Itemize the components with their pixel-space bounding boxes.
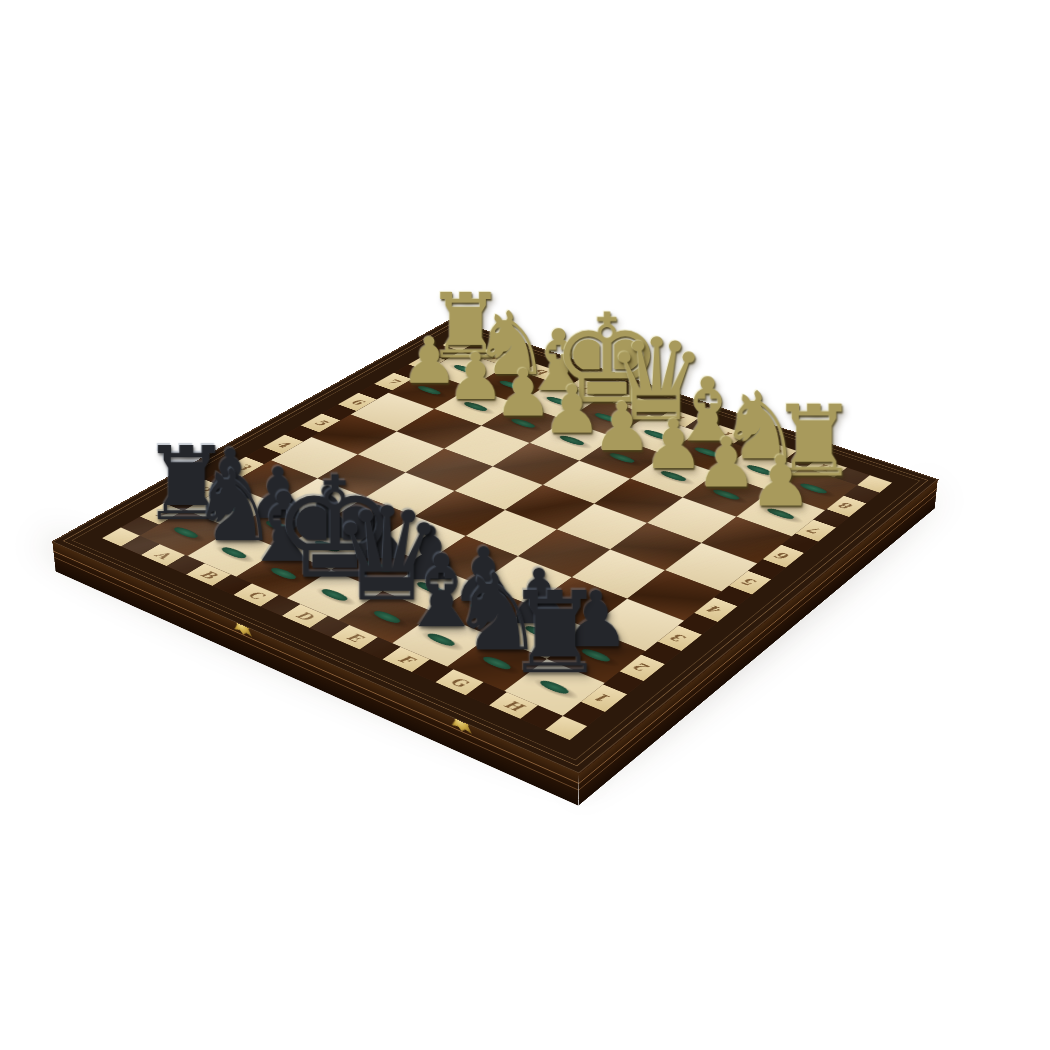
brass-latch-icon — [233, 615, 252, 638]
rank-label: 2 — [631, 661, 653, 675]
border-cell-dark — [781, 534, 818, 553]
file-label: F — [395, 653, 418, 667]
brass-latch-icon — [452, 711, 472, 736]
rank-label-cell-5: 5 — [301, 413, 340, 432]
rank-label: 1 — [592, 691, 615, 705]
rank-label: 5 — [311, 418, 331, 428]
file-label: G — [447, 675, 472, 690]
rank-label: 6 — [773, 550, 793, 562]
rank-label: 6 — [348, 397, 367, 406]
rank-label: 7 — [806, 525, 826, 536]
board-playing-area: ABCDEFGHABCDEFGH8765432187654321♜♞♝♚♛♝♞♜… — [102, 337, 892, 740]
rank-label: 5 — [740, 576, 761, 588]
gold-pawn-glyph: ♟ — [711, 446, 851, 516]
rank-label: 4 — [705, 604, 726, 617]
file-label: H — [500, 698, 527, 714]
black-rook-glyph: ♜ — [476, 577, 634, 690]
chess-board: ABCDEFGHABCDEFGH8765432187654321♜♞♝♚♛♝♞♜… — [52, 319, 938, 773]
photo-stage: ABCDEFGHABCDEFGH8765432187654321♜♞♝♚♛♝♞♜… — [0, 0, 1050, 1050]
file-label: E — [343, 631, 367, 644]
